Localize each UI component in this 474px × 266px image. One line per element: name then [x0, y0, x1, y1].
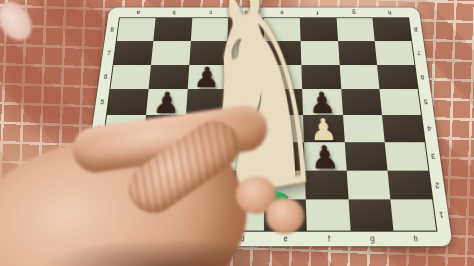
- fingertip: [266, 198, 304, 234]
- hand: [0, 0, 474, 266]
- chess-photo-scene: abcdefgh abcdefgh 87654321 87654321 ♟♟♟♟…: [0, 0, 474, 266]
- thumbnail: [0, 0, 39, 47]
